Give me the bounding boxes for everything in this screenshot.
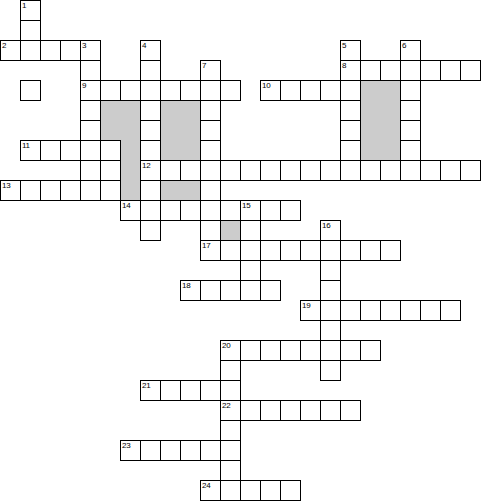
cell-r10c10[interactable] xyxy=(200,200,221,221)
blocked-region-cell-r9c8 xyxy=(160,180,181,201)
cell-r17c15[interactable] xyxy=(300,340,321,361)
cell-r2c1[interactable] xyxy=(20,40,41,61)
cell-r22c10[interactable] xyxy=(200,440,221,461)
blocked-region-cell-r11c11 xyxy=(220,220,241,241)
blocked-region-cell-r7c8 xyxy=(160,140,181,161)
cell-r7c3[interactable] xyxy=(60,140,81,161)
cell-r3c21[interactable] xyxy=(420,60,441,81)
cell-r4c7[interactable] xyxy=(140,80,161,101)
blocked-region-cell-r8c6 xyxy=(120,160,141,181)
cell-r4c8[interactable] xyxy=(160,80,181,101)
cell-r8c20[interactable] xyxy=(400,160,421,181)
blocked-region-cell-r5c5 xyxy=(100,100,121,121)
cell-r7c1[interactable] xyxy=(20,140,41,161)
cell-r15c16[interactable] xyxy=(320,300,341,321)
cell-r6c10[interactable] xyxy=(200,120,221,141)
blocked-region-cell-r9c6 xyxy=(120,180,141,201)
cell-r8c4[interactable] xyxy=(80,160,101,181)
cell-r4c14[interactable] xyxy=(280,80,301,101)
cell-r8c11[interactable] xyxy=(220,160,241,181)
cell-r15c17[interactable] xyxy=(340,300,361,321)
cell-r14c13[interactable] xyxy=(260,280,281,301)
cell-r5c20[interactable] xyxy=(400,100,421,121)
cell-r17c13[interactable] xyxy=(260,340,281,361)
cell-r23c11[interactable] xyxy=(220,460,241,481)
cell-r12c15[interactable] xyxy=(300,240,321,261)
cell-r15c22[interactable] xyxy=(440,300,461,321)
cell-r2c2[interactable] xyxy=(40,40,61,61)
cell-r20c17[interactable] xyxy=(340,400,361,421)
cell-r11c7[interactable] xyxy=(140,220,161,241)
cell-r4c13[interactable] xyxy=(260,80,281,101)
cell-r7c20[interactable] xyxy=(400,140,421,161)
blocked-region-cell-r6c5 xyxy=(100,120,121,141)
blocked-region-cell-r6c8 xyxy=(160,120,181,141)
cell-r10c13[interactable] xyxy=(260,200,281,221)
cell-r9c1[interactable] xyxy=(20,180,41,201)
cell-r20c11[interactable] xyxy=(220,400,241,421)
cell-r24c12[interactable] xyxy=(240,480,261,501)
cell-r2c20[interactable] xyxy=(400,40,421,61)
cell-r8c19[interactable] xyxy=(380,160,401,181)
cell-r15c18[interactable] xyxy=(360,300,381,321)
cell-r15c21[interactable] xyxy=(420,300,441,321)
cell-r12c10[interactable] xyxy=(200,240,221,261)
cell-r10c6[interactable] xyxy=(120,200,141,221)
cell-r10c8[interactable] xyxy=(160,200,181,221)
cell-r5c4[interactable] xyxy=(80,100,101,121)
cell-r17c17[interactable] xyxy=(340,340,361,361)
cell-r20c16[interactable] xyxy=(320,400,341,421)
cell-r22c6[interactable] xyxy=(120,440,141,461)
cell-r18c16[interactable] xyxy=(320,360,341,381)
cell-r10c11[interactable] xyxy=(220,200,241,221)
cell-r8c16[interactable] xyxy=(320,160,341,181)
cell-r17c16[interactable] xyxy=(320,340,341,361)
cell-r17c18[interactable] xyxy=(360,340,381,361)
cell-r12c16[interactable] xyxy=(320,240,341,261)
cell-r20c13[interactable] xyxy=(260,400,281,421)
cell-r14c11[interactable] xyxy=(220,280,241,301)
cell-r15c15[interactable] xyxy=(300,300,321,321)
cell-r11c12[interactable] xyxy=(240,220,261,241)
cell-r8c23[interactable] xyxy=(460,160,481,181)
blocked-region-cell-r6c18 xyxy=(360,120,381,141)
cell-r3c18[interactable] xyxy=(360,60,381,81)
cell-r16c16[interactable] xyxy=(320,320,341,341)
cell-r4c11[interactable] xyxy=(220,80,241,101)
cell-r8c7[interactable] xyxy=(140,160,161,181)
cell-r6c7[interactable] xyxy=(140,120,161,141)
cell-r6c4[interactable] xyxy=(80,120,101,141)
crossword-board: 123456789101112131415161718192021222324 xyxy=(0,0,481,501)
cell-r12c17[interactable] xyxy=(340,240,361,261)
cell-r2c4[interactable] xyxy=(80,40,101,61)
cell-r17c11[interactable] xyxy=(220,340,241,361)
cell-r12c19[interactable] xyxy=(380,240,401,261)
cell-r10c14[interactable] xyxy=(280,200,301,221)
cell-r20c15[interactable] xyxy=(300,400,321,421)
cell-r15c19[interactable] xyxy=(380,300,401,321)
blocked-region-cell-r5c19 xyxy=(380,100,401,121)
blocked-region-cell-r7c9 xyxy=(180,140,201,161)
blocked-region-cell-r6c19 xyxy=(380,120,401,141)
cell-r5c17[interactable] xyxy=(340,100,361,121)
cell-r1c1[interactable] xyxy=(20,20,41,41)
cell-r19c8[interactable] xyxy=(160,380,181,401)
cell-r14c10[interactable] xyxy=(200,280,221,301)
cell-r12c18[interactable] xyxy=(360,240,381,261)
cell-r2c7[interactable] xyxy=(140,40,161,61)
cell-r13c12[interactable] xyxy=(240,260,261,281)
cell-r11c10[interactable] xyxy=(200,220,221,241)
cell-r14c12[interactable] xyxy=(240,280,261,301)
cell-r6c17[interactable] xyxy=(340,120,361,141)
cell-r19c9[interactable] xyxy=(180,380,201,401)
cell-r12c11[interactable] xyxy=(220,240,241,261)
blocked-region-cell-r9c9 xyxy=(180,180,201,201)
cell-r14c9[interactable] xyxy=(180,280,201,301)
cell-r8c18[interactable] xyxy=(360,160,381,181)
cell-r7c17[interactable] xyxy=(340,140,361,161)
cell-r22c8[interactable] xyxy=(160,440,181,461)
blocked-region-cell-r5c6 xyxy=(120,100,141,121)
cell-r18c11[interactable] xyxy=(220,360,241,381)
cell-r5c7[interactable] xyxy=(140,100,161,121)
cell-r19c11[interactable] xyxy=(220,380,241,401)
cell-r10c12[interactable] xyxy=(240,200,261,221)
blocked-region-cell-r5c18 xyxy=(360,100,381,121)
cell-r12c14[interactable] xyxy=(280,240,301,261)
cell-r7c5[interactable] xyxy=(100,140,121,161)
blocked-region-cell-r6c9 xyxy=(180,120,201,141)
cell-r10c7[interactable] xyxy=(140,200,161,221)
cell-r2c17[interactable] xyxy=(340,40,361,61)
cell-r4c1[interactable] xyxy=(20,80,41,101)
cell-r9c0[interactable] xyxy=(0,180,21,201)
cell-r22c7[interactable] xyxy=(140,440,161,461)
cell-r8c14[interactable] xyxy=(280,160,301,181)
cell-r7c7[interactable] xyxy=(140,140,161,161)
cell-r22c9[interactable] xyxy=(180,440,201,461)
cell-r19c7[interactable] xyxy=(140,380,161,401)
cell-r20c14[interactable] xyxy=(280,400,301,421)
cell-r8c12[interactable] xyxy=(240,160,261,181)
cell-r9c4[interactable] xyxy=(80,180,101,201)
cell-r11c16[interactable] xyxy=(320,220,341,241)
cell-r4c17[interactable] xyxy=(340,80,361,101)
cell-r10c9[interactable] xyxy=(180,200,201,221)
cell-r4c5[interactable] xyxy=(100,80,121,101)
cell-r17c12[interactable] xyxy=(240,340,261,361)
cell-r3c20[interactable] xyxy=(400,60,421,81)
cell-r24c14[interactable] xyxy=(280,480,301,501)
cell-r3c7[interactable] xyxy=(140,60,161,81)
cell-r9c5[interactable] xyxy=(100,180,121,201)
cell-r4c16[interactable] xyxy=(320,80,341,101)
cell-r3c19[interactable] xyxy=(380,60,401,81)
cell-r8c17[interactable] xyxy=(340,160,361,181)
cell-r7c2[interactable] xyxy=(40,140,61,161)
cell-r14c16[interactable] xyxy=(320,280,341,301)
cell-r22c11[interactable] xyxy=(220,440,241,461)
blocked-region-cell-r7c19 xyxy=(380,140,401,161)
cell-r9c7[interactable] xyxy=(140,180,161,201)
cell-r7c4[interactable] xyxy=(80,140,101,161)
cell-r9c2[interactable] xyxy=(40,180,61,201)
cell-r4c20[interactable] xyxy=(400,80,421,101)
cell-r8c22[interactable] xyxy=(440,160,461,181)
cell-r3c22[interactable] xyxy=(440,60,461,81)
cell-r3c4[interactable] xyxy=(80,60,101,81)
cell-r8c10[interactable] xyxy=(200,160,221,181)
cell-r17c14[interactable] xyxy=(280,340,301,361)
cell-r13c16[interactable] xyxy=(320,260,341,281)
cell-r4c4[interactable] xyxy=(80,80,101,101)
blocked-region-cell-r6c6 xyxy=(120,120,141,141)
cell-r15c20[interactable] xyxy=(400,300,421,321)
cell-r4c6[interactable] xyxy=(120,80,141,101)
cell-r4c15[interactable] xyxy=(300,80,321,101)
blocked-region-cell-r7c18 xyxy=(360,140,381,161)
cell-r19c10[interactable] xyxy=(200,380,221,401)
cell-r2c0[interactable] xyxy=(0,40,21,61)
cell-r3c17[interactable] xyxy=(340,60,361,81)
blocked-region-cell-r4c18 xyxy=(360,80,381,101)
crossword-puzzle-screenshot: 123456789101112131415161718192021222324 xyxy=(0,0,481,501)
cell-r8c15[interactable] xyxy=(300,160,321,181)
cell-r5c10[interactable] xyxy=(200,100,221,121)
cell-r8c9[interactable] xyxy=(180,160,201,181)
cell-r21c11[interactable] xyxy=(220,420,241,441)
cell-r2c3[interactable] xyxy=(60,40,81,61)
cell-r20c12[interactable] xyxy=(240,400,261,421)
cell-r12c13[interactable] xyxy=(260,240,281,261)
cell-r12c12[interactable] xyxy=(240,240,261,261)
blocked-region-cell-r5c8 xyxy=(160,100,181,121)
cell-r6c20[interactable] xyxy=(400,120,421,141)
blocked-region-cell-r4c19 xyxy=(380,80,401,101)
cell-r24c13[interactable] xyxy=(260,480,281,501)
cell-r0c1[interactable] xyxy=(20,0,41,21)
cell-r9c10[interactable] xyxy=(200,180,221,201)
cell-r24c11[interactable] xyxy=(220,480,241,501)
cell-r24c10[interactable] xyxy=(200,480,221,501)
cell-r8c8[interactable] xyxy=(160,160,181,181)
cell-r7c10[interactable] xyxy=(200,140,221,161)
cell-r4c10[interactable] xyxy=(200,80,221,101)
blocked-region-cell-r5c9 xyxy=(180,100,201,121)
cell-r3c10[interactable] xyxy=(200,60,221,81)
cell-r4c9[interactable] xyxy=(180,80,201,101)
cell-r9c3[interactable] xyxy=(60,180,81,201)
cell-r8c21[interactable] xyxy=(420,160,441,181)
cell-r8c13[interactable] xyxy=(260,160,281,181)
blocked-region-cell-r7c6 xyxy=(120,140,141,161)
cell-r3c23[interactable] xyxy=(460,60,481,81)
